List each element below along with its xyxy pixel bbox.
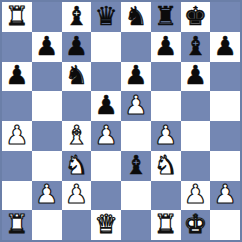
piece-white-pawn[interactable]: ♟ [213, 181, 236, 207]
piece-black-pawn[interactable]: ♟ [5, 62, 28, 88]
square-c1[interactable] [62, 210, 92, 240]
piece-black-bishop[interactable]: ♝ [184, 33, 207, 59]
square-h5[interactable] [210, 91, 240, 121]
square-b3[interactable] [32, 151, 62, 181]
piece-black-king[interactable]: ♚ [184, 3, 207, 29]
chess-board: ♜♝♛♞♜♚♟♟♟♝♟♟♞♟♟♟♟♟♝♟♟♞♝♞♟♟♟♟♜♛♜♚ [0, 0, 242, 242]
square-h2[interactable]: ♟ [210, 181, 240, 211]
square-d8[interactable]: ♛ [91, 2, 121, 32]
piece-white-queen[interactable]: ♛ [94, 211, 117, 237]
square-a4[interactable]: ♟ [2, 121, 32, 151]
square-h1[interactable] [210, 210, 240, 240]
square-g2[interactable]: ♟ [181, 181, 211, 211]
square-f3[interactable]: ♞ [151, 151, 181, 181]
square-h6[interactable] [210, 62, 240, 92]
square-f1[interactable]: ♜ [151, 210, 181, 240]
square-f4[interactable]: ♟ [151, 121, 181, 151]
piece-white-pawn[interactable]: ♟ [184, 181, 207, 207]
square-f6[interactable] [151, 62, 181, 92]
piece-black-bishop[interactable]: ♝ [124, 152, 147, 178]
piece-black-knight[interactable]: ♞ [65, 62, 88, 88]
square-g8[interactable]: ♚ [181, 2, 211, 32]
square-c7[interactable]: ♟ [62, 32, 92, 62]
square-d4[interactable]: ♟ [91, 121, 121, 151]
piece-white-rook[interactable]: ♜ [5, 211, 28, 237]
square-g6[interactable]: ♟ [181, 62, 211, 92]
piece-white-pawn[interactable]: ♟ [124, 92, 147, 118]
square-g7[interactable]: ♝ [181, 32, 211, 62]
square-a2[interactable] [2, 181, 32, 211]
square-a1[interactable]: ♜ [2, 210, 32, 240]
piece-white-pawn[interactable]: ♟ [65, 181, 88, 207]
square-e8[interactable]: ♞ [121, 2, 151, 32]
square-h4[interactable] [210, 121, 240, 151]
square-b6[interactable] [32, 62, 62, 92]
piece-black-knight[interactable]: ♞ [124, 3, 147, 29]
square-a3[interactable] [2, 151, 32, 181]
piece-black-bishop[interactable]: ♝ [65, 3, 88, 29]
square-h3[interactable] [210, 151, 240, 181]
piece-black-pawn[interactable]: ♟ [35, 33, 58, 59]
square-d6[interactable] [91, 62, 121, 92]
square-g3[interactable] [181, 151, 211, 181]
chess-board-container: ♜♝♛♞♜♚♟♟♟♝♟♟♞♟♟♟♟♟♝♟♟♞♝♞♟♟♟♟♜♛♜♚ [0, 0, 242, 242]
square-a5[interactable] [2, 91, 32, 121]
piece-black-pawn[interactable]: ♟ [65, 33, 88, 59]
square-e5[interactable]: ♟ [121, 91, 151, 121]
square-h8[interactable] [210, 2, 240, 32]
piece-black-pawn[interactable]: ♟ [213, 33, 236, 59]
square-e1[interactable] [121, 210, 151, 240]
square-a6[interactable]: ♟ [2, 62, 32, 92]
square-h7[interactable]: ♟ [210, 32, 240, 62]
square-b7[interactable]: ♟ [32, 32, 62, 62]
square-c4[interactable]: ♝ [62, 121, 92, 151]
piece-black-pawn[interactable]: ♟ [94, 92, 117, 118]
piece-white-pawn[interactable]: ♟ [94, 122, 117, 148]
square-e7[interactable] [121, 32, 151, 62]
square-e6[interactable]: ♟ [121, 62, 151, 92]
square-g1[interactable]: ♚ [181, 210, 211, 240]
square-d3[interactable] [91, 151, 121, 181]
square-d1[interactable]: ♛ [91, 210, 121, 240]
piece-white-knight[interactable]: ♞ [65, 152, 88, 178]
square-e2[interactable] [121, 181, 151, 211]
piece-white-pawn[interactable]: ♟ [35, 181, 58, 207]
square-d7[interactable] [91, 32, 121, 62]
square-b5[interactable] [32, 91, 62, 121]
square-c2[interactable]: ♟ [62, 181, 92, 211]
square-a8[interactable]: ♜ [2, 2, 32, 32]
square-b2[interactable]: ♟ [32, 181, 62, 211]
square-b1[interactable] [32, 210, 62, 240]
piece-black-rook[interactable]: ♜ [154, 3, 177, 29]
square-c8[interactable]: ♝ [62, 2, 92, 32]
square-f8[interactable]: ♜ [151, 2, 181, 32]
square-d5[interactable]: ♟ [91, 91, 121, 121]
square-c6[interactable]: ♞ [62, 62, 92, 92]
square-f2[interactable] [151, 181, 181, 211]
piece-black-pawn[interactable]: ♟ [154, 33, 177, 59]
piece-white-rook[interactable]: ♜ [154, 211, 177, 237]
piece-white-rook[interactable]: ♜ [5, 3, 28, 29]
square-e4[interactable] [121, 121, 151, 151]
piece-white-bishop[interactable]: ♝ [65, 122, 88, 148]
square-b4[interactable] [32, 121, 62, 151]
square-g5[interactable] [181, 91, 211, 121]
square-f7[interactable]: ♟ [151, 32, 181, 62]
piece-white-pawn[interactable]: ♟ [5, 122, 28, 148]
square-f5[interactable] [151, 91, 181, 121]
piece-black-pawn[interactable]: ♟ [124, 62, 147, 88]
piece-black-queen[interactable]: ♛ [94, 3, 117, 29]
square-g4[interactable] [181, 121, 211, 151]
piece-black-pawn[interactable]: ♟ [184, 62, 207, 88]
square-e3[interactable]: ♝ [121, 151, 151, 181]
square-d2[interactable] [91, 181, 121, 211]
square-a7[interactable] [2, 32, 32, 62]
piece-white-king[interactable]: ♚ [184, 211, 207, 237]
piece-white-pawn[interactable]: ♟ [154, 122, 177, 148]
square-b8[interactable] [32, 2, 62, 32]
piece-white-knight[interactable]: ♞ [154, 152, 177, 178]
square-c5[interactable] [62, 91, 92, 121]
square-c3[interactable]: ♞ [62, 151, 92, 181]
